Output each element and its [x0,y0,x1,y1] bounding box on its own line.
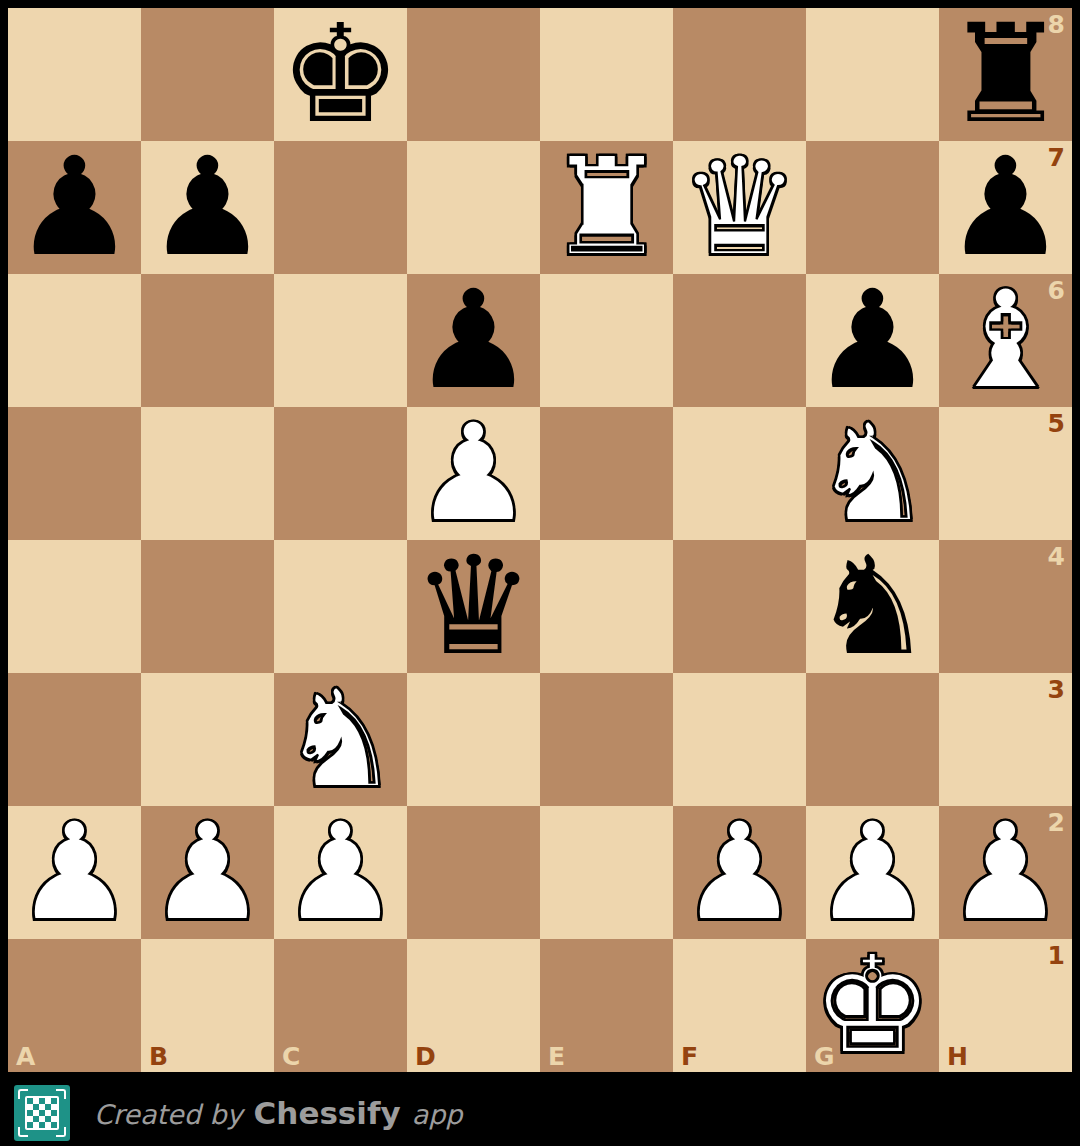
piece-white-pawn: ♟ [280,806,402,939]
square-f1: F [673,939,806,1072]
file-label: E [548,1044,565,1069]
square-e7: ♜ [540,141,673,274]
square-c4 [274,540,407,673]
square-a8 [8,8,141,141]
square-g4: ♞ [806,540,939,673]
square-d1: D [407,939,540,1072]
piece-black-pawn: ♟ [147,141,269,274]
piece-white-knight: ♞ [812,407,934,540]
square-h6: ♝6 [939,274,1072,407]
chessify-logo-icon [14,1085,70,1141]
square-f2: ♟ [673,806,806,939]
file-label: C [282,1044,300,1069]
square-b8 [141,8,274,141]
rank-label: 3 [1048,677,1065,702]
footer: Created by Chessify app [0,1080,1080,1146]
square-h8: ♜8 [939,8,1072,141]
created-by-text: Created by [94,1099,243,1130]
square-a3 [8,673,141,806]
rank-label: 5 [1048,411,1065,436]
piece-black-knight: ♞ [812,540,934,673]
square-a2: ♟ [8,806,141,939]
square-b3 [141,673,274,806]
chess-board: ♚♜8♟♟♜♛♟7♟♟♝6♟♞5♛♞4♞3♟♟♟♟♟♟2ABCDEF♚G1H [8,8,1072,1072]
square-e8 [540,8,673,141]
square-b7: ♟ [141,141,274,274]
square-c2: ♟ [274,806,407,939]
credit-text: Created by Chessify app [94,1095,462,1131]
brand-name: Chessify [254,1095,401,1131]
square-h3: 3 [939,673,1072,806]
square-e5 [540,407,673,540]
square-c8: ♚ [274,8,407,141]
piece-white-pawn: ♟ [14,806,136,939]
square-b6 [141,274,274,407]
square-b2: ♟ [141,806,274,939]
rank-label: 8 [1048,12,1065,37]
square-f3 [673,673,806,806]
piece-black-pawn: ♟ [812,274,934,407]
file-label: H [947,1044,968,1069]
square-b1: B [141,939,274,1072]
square-h5: 5 [939,407,1072,540]
square-e6 [540,274,673,407]
square-g2: ♟ [806,806,939,939]
square-g7 [806,141,939,274]
piece-white-queen: ♛ [679,141,801,274]
square-f4 [673,540,806,673]
square-a5 [8,407,141,540]
piece-black-king: ♚ [280,8,402,141]
square-e4 [540,540,673,673]
square-a6 [8,274,141,407]
square-c7 [274,141,407,274]
square-f7: ♛ [673,141,806,274]
rank-label: 4 [1048,544,1065,569]
app-suffix: app [412,1099,463,1130]
rank-label: 1 [1048,943,1065,968]
square-g8 [806,8,939,141]
square-g6: ♟ [806,274,939,407]
piece-black-pawn: ♟ [413,274,535,407]
square-a1: A [8,939,141,1072]
rank-label: 7 [1048,145,1065,170]
square-f5 [673,407,806,540]
square-e3 [540,673,673,806]
square-d3 [407,673,540,806]
board-frame: ♚♜8♟♟♜♛♟7♟♟♝6♟♞5♛♞4♞3♟♟♟♟♟♟2ABCDEF♚G1H [0,0,1080,1080]
square-d4: ♛ [407,540,540,673]
rank-label: 2 [1048,810,1065,835]
square-f6 [673,274,806,407]
file-label: D [415,1044,436,1069]
square-h4: 4 [939,540,1072,673]
square-d6: ♟ [407,274,540,407]
square-h7: ♟7 [939,141,1072,274]
square-g3 [806,673,939,806]
square-g5: ♞ [806,407,939,540]
square-a4 [8,540,141,673]
file-label: A [16,1044,35,1069]
file-label: F [681,1044,698,1069]
square-c1: C [274,939,407,1072]
piece-white-rook: ♜ [546,141,668,274]
square-h2: ♟2 [939,806,1072,939]
square-d7 [407,141,540,274]
file-label: G [814,1044,835,1069]
square-c3: ♞ [274,673,407,806]
square-c6 [274,274,407,407]
chessify-diagram: ♚♜8♟♟♜♛♟7♟♟♝6♟♞5♛♞4♞3♟♟♟♟♟♟2ABCDEF♚G1H C… [0,0,1080,1146]
square-d8 [407,8,540,141]
piece-white-pawn: ♟ [413,407,535,540]
piece-black-pawn: ♟ [14,141,136,274]
piece-white-pawn: ♟ [679,806,801,939]
logo-checker-pattern-icon [27,1098,57,1128]
square-f8 [673,8,806,141]
piece-black-queen: ♛ [413,540,535,673]
piece-white-pawn: ♟ [812,806,934,939]
square-g1: ♚G [806,939,939,1072]
square-b5 [141,407,274,540]
square-a7: ♟ [8,141,141,274]
square-d2 [407,806,540,939]
square-h1: 1H [939,939,1072,1072]
piece-white-pawn: ♟ [147,806,269,939]
square-e2 [540,806,673,939]
square-e1: E [540,939,673,1072]
rank-label: 6 [1048,278,1065,303]
square-c5 [274,407,407,540]
square-b4 [141,540,274,673]
piece-white-knight: ♞ [280,673,402,806]
square-d5: ♟ [407,407,540,540]
file-label: B [149,1044,168,1069]
